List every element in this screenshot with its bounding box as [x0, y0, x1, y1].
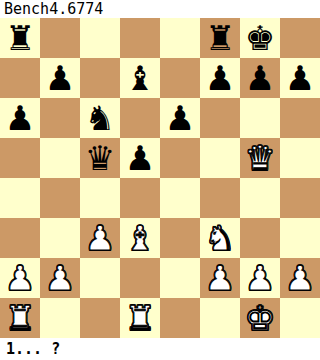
square-h4[interactable] [280, 178, 320, 218]
piece-white-pawn: ♟ [5, 258, 35, 298]
square-h7[interactable]: ♟ [280, 58, 320, 98]
move-prompt: 1... ? [0, 338, 320, 360]
square-c3[interactable]: ♟ [80, 218, 120, 258]
piece-white-pawn: ♟ [205, 258, 235, 298]
piece-black-queen: ♛ [85, 138, 115, 178]
piece-black-pawn: ♟ [285, 58, 315, 98]
square-b3[interactable] [40, 218, 80, 258]
square-f1[interactable] [200, 298, 240, 338]
square-a8[interactable]: ♜ [0, 18, 40, 58]
square-c1[interactable] [80, 298, 120, 338]
piece-white-bishop: ♝ [125, 218, 155, 258]
square-h2[interactable]: ♟ [280, 258, 320, 298]
piece-white-pawn: ♟ [85, 218, 115, 258]
square-c6[interactable]: ♞ [80, 98, 120, 138]
square-b5[interactable] [40, 138, 80, 178]
square-f3[interactable]: ♞ [200, 218, 240, 258]
square-b4[interactable] [40, 178, 80, 218]
piece-white-knight: ♞ [205, 218, 235, 258]
square-c7[interactable] [80, 58, 120, 98]
square-d3[interactable]: ♝ [120, 218, 160, 258]
piece-white-rook: ♜ [5, 298, 35, 338]
square-h3[interactable] [280, 218, 320, 258]
square-a3[interactable] [0, 218, 40, 258]
chess-board: ♜♜♚♟♝♟♟♟♟♞♟♛♟♛♟♝♞♟♟♟♟♟♜♜♚ [0, 18, 320, 338]
piece-black-rook: ♜ [205, 18, 235, 58]
square-g8[interactable]: ♚ [240, 18, 280, 58]
piece-black-pawn: ♟ [205, 58, 235, 98]
square-a5[interactable] [0, 138, 40, 178]
square-d5[interactable]: ♟ [120, 138, 160, 178]
square-h5[interactable] [280, 138, 320, 178]
square-e1[interactable] [160, 298, 200, 338]
square-f6[interactable] [200, 98, 240, 138]
square-b2[interactable]: ♟ [40, 258, 80, 298]
square-e8[interactable] [160, 18, 200, 58]
square-f8[interactable]: ♜ [200, 18, 240, 58]
square-g2[interactable]: ♟ [240, 258, 280, 298]
square-g4[interactable] [240, 178, 280, 218]
square-d4[interactable] [120, 178, 160, 218]
square-c5[interactable]: ♛ [80, 138, 120, 178]
piece-black-pawn: ♟ [245, 58, 275, 98]
square-h8[interactable] [280, 18, 320, 58]
square-g1[interactable]: ♚ [240, 298, 280, 338]
piece-white-pawn: ♟ [245, 258, 275, 298]
square-e4[interactable] [160, 178, 200, 218]
piece-black-knight: ♞ [85, 98, 115, 138]
square-a7[interactable] [0, 58, 40, 98]
square-g5[interactable]: ♛ [240, 138, 280, 178]
piece-black-pawn: ♟ [5, 98, 35, 138]
square-g3[interactable] [240, 218, 280, 258]
piece-white-rook: ♜ [125, 298, 155, 338]
square-d1[interactable]: ♜ [120, 298, 160, 338]
square-g7[interactable]: ♟ [240, 58, 280, 98]
piece-black-bishop: ♝ [125, 58, 155, 98]
square-a2[interactable]: ♟ [0, 258, 40, 298]
square-c4[interactable] [80, 178, 120, 218]
square-e7[interactable] [160, 58, 200, 98]
square-e2[interactable] [160, 258, 200, 298]
square-a6[interactable]: ♟ [0, 98, 40, 138]
square-b8[interactable] [40, 18, 80, 58]
piece-white-queen: ♛ [245, 138, 275, 178]
square-d2[interactable] [120, 258, 160, 298]
square-f7[interactable]: ♟ [200, 58, 240, 98]
piece-black-pawn: ♟ [165, 98, 195, 138]
piece-white-pawn: ♟ [45, 258, 75, 298]
square-h6[interactable] [280, 98, 320, 138]
square-c2[interactable] [80, 258, 120, 298]
square-a1[interactable]: ♜ [0, 298, 40, 338]
square-b6[interactable] [40, 98, 80, 138]
square-h1[interactable] [280, 298, 320, 338]
square-e5[interactable] [160, 138, 200, 178]
square-f4[interactable] [200, 178, 240, 218]
piece-white-pawn: ♟ [285, 258, 315, 298]
square-d6[interactable] [120, 98, 160, 138]
piece-white-king: ♚ [245, 298, 275, 338]
square-d7[interactable]: ♝ [120, 58, 160, 98]
square-b7[interactable]: ♟ [40, 58, 80, 98]
piece-black-pawn: ♟ [45, 58, 75, 98]
square-c8[interactable] [80, 18, 120, 58]
window-title: Bench4.6774 [0, 0, 320, 18]
piece-black-pawn: ♟ [125, 138, 155, 178]
square-f5[interactable] [200, 138, 240, 178]
square-b1[interactable] [40, 298, 80, 338]
square-a4[interactable] [0, 178, 40, 218]
square-e3[interactable] [160, 218, 200, 258]
square-e6[interactable]: ♟ [160, 98, 200, 138]
piece-black-king: ♚ [245, 18, 275, 58]
square-f2[interactable]: ♟ [200, 258, 240, 298]
square-g6[interactable] [240, 98, 280, 138]
piece-black-rook: ♜ [5, 18, 35, 58]
square-d8[interactable] [120, 18, 160, 58]
